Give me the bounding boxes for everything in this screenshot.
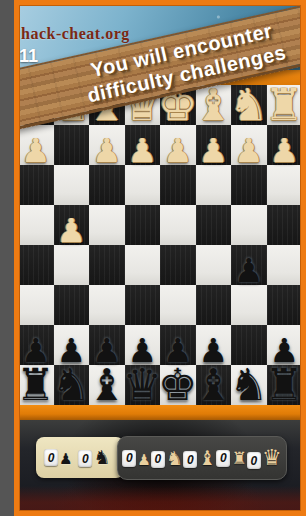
- piece-bR: ♜: [265, 363, 304, 407]
- watermark-text: hack-cheat.org: [21, 25, 130, 43]
- square-e3[interactable]: [160, 165, 196, 205]
- capture-count: 0: [44, 449, 58, 466]
- square-h1[interactable]: ♜: [267, 85, 303, 125]
- tray-piece-wN: ♞: [166, 449, 183, 468]
- piece-bP: ♟: [234, 254, 264, 287]
- piece-wP: ♟: [92, 134, 122, 167]
- square-c2[interactable]: ♟: [89, 125, 125, 165]
- square-f1[interactable]: ♝: [196, 85, 232, 125]
- piece-wN: ♞: [229, 83, 268, 127]
- square-b5[interactable]: [54, 245, 90, 285]
- square-e8[interactable]: ♚: [160, 365, 196, 405]
- square-g7[interactable]: [231, 325, 267, 365]
- square-a6[interactable]: [18, 285, 54, 325]
- square-d2[interactable]: ♟: [125, 125, 161, 165]
- square-d8[interactable]: ♛: [125, 365, 161, 405]
- square-e5[interactable]: [160, 245, 196, 285]
- square-b6[interactable]: [54, 285, 90, 325]
- square-f6[interactable]: [196, 285, 232, 325]
- tray-piece-wQ: ♛: [262, 447, 282, 469]
- capture-counter: 0♜: [216, 450, 246, 467]
- square-g6[interactable]: [231, 285, 267, 325]
- square-g5[interactable]: ♟: [231, 245, 267, 285]
- square-g3[interactable]: [231, 165, 267, 205]
- capture-counter: 0♞: [151, 449, 183, 468]
- capture-counter: 0♛: [247, 447, 282, 469]
- square-h3[interactable]: [267, 165, 303, 205]
- square-g1[interactable]: ♞: [231, 85, 267, 125]
- piece-bP: ♟: [92, 334, 122, 367]
- square-c4[interactable]: [89, 205, 125, 245]
- square-d7[interactable]: ♟: [125, 325, 161, 365]
- square-c8[interactable]: ♝: [89, 365, 125, 405]
- square-g2[interactable]: ♟: [231, 125, 267, 165]
- capture-count: 0: [183, 451, 197, 468]
- piece-bR: ♜: [16, 363, 55, 407]
- piece-bP: ♟: [127, 334, 157, 367]
- app-screen: You will encounter difficulty challenges…: [14, 0, 306, 516]
- chess-board: ♜♞♝♛♚♝♞♜♟♟♟♟♟♟♟♟♟♟♟♟♟♟♟♟♜♞♝♛♚♝♞♜: [18, 85, 302, 405]
- capture-counter: 0♟: [44, 449, 72, 466]
- capture-counter: 0♝: [183, 448, 216, 468]
- square-f7[interactable]: ♟: [196, 325, 232, 365]
- square-g4[interactable]: [231, 205, 267, 245]
- black-capture-panel: 0♟0♞0: [36, 437, 124, 478]
- piece-wP: ♟: [56, 214, 86, 247]
- square-e6[interactable]: [160, 285, 196, 325]
- captured-pieces-tray: 0♟0♞0 0♟0♞0♝0♜0♛: [14, 430, 306, 490]
- square-a5[interactable]: [18, 245, 54, 285]
- piece-wB: ♝: [194, 83, 233, 127]
- piece-bP: ♟: [269, 334, 299, 367]
- square-b2[interactable]: [54, 125, 90, 165]
- square-c6[interactable]: [89, 285, 125, 325]
- piece-wR: ♜: [265, 83, 304, 127]
- piece-wP: ♟: [163, 134, 193, 167]
- piece-bP: ♟: [21, 334, 51, 367]
- tray-piece-wR: ♜: [231, 450, 246, 467]
- bottom-orange-band: [14, 405, 306, 420]
- square-a7[interactable]: ♟: [18, 325, 54, 365]
- square-e7[interactable]: ♟: [160, 325, 196, 365]
- square-g8[interactable]: ♞: [231, 365, 267, 405]
- piece-wP: ♟: [234, 134, 264, 167]
- piece-wP: ♟: [21, 134, 51, 167]
- square-f4[interactable]: [196, 205, 232, 245]
- level-number: 11: [19, 46, 38, 67]
- square-f8[interactable]: ♝: [196, 365, 232, 405]
- square-e2[interactable]: ♟: [160, 125, 196, 165]
- square-a3[interactable]: [18, 165, 54, 205]
- square-h7[interactable]: ♟: [267, 325, 303, 365]
- piece-wP: ♟: [198, 134, 228, 167]
- square-c5[interactable]: [89, 245, 125, 285]
- square-b4[interactable]: ♟: [54, 205, 90, 245]
- capture-count: 0: [78, 450, 92, 467]
- square-b3[interactable]: [54, 165, 90, 205]
- square-b7[interactable]: ♟: [54, 325, 90, 365]
- tray-piece-bP: ♟: [59, 451, 72, 466]
- piece-bB: ♝: [87, 363, 126, 407]
- square-d4[interactable]: [125, 205, 161, 245]
- piece-bP: ♟: [163, 334, 193, 367]
- square-c3[interactable]: [89, 165, 125, 205]
- square-h4[interactable]: [267, 205, 303, 245]
- piece-bP: ♟: [198, 334, 228, 367]
- tray-piece-wB: ♝: [198, 448, 216, 468]
- piece-bN: ♞: [229, 363, 268, 407]
- square-f5[interactable]: [196, 245, 232, 285]
- square-a8[interactable]: ♜: [18, 365, 54, 405]
- square-d6[interactable]: [125, 285, 161, 325]
- capture-counter: 0♞: [78, 448, 110, 467]
- square-f2[interactable]: ♟: [196, 125, 232, 165]
- square-h2[interactable]: ♟: [267, 125, 303, 165]
- tray-piece-wP: ♟: [137, 452, 150, 467]
- tray-piece-bN: ♞: [93, 448, 110, 467]
- square-h6[interactable]: [267, 285, 303, 325]
- white-capture-panel: 0♟0♞0♝0♜0♛: [117, 436, 287, 480]
- square-a2[interactable]: ♟: [18, 125, 54, 165]
- square-h5[interactable]: [267, 245, 303, 285]
- capture-count: 0: [247, 452, 261, 469]
- square-c7[interactable]: ♟: [89, 325, 125, 365]
- piece-bN: ♞: [52, 363, 91, 407]
- square-h8[interactable]: ♜: [267, 365, 303, 405]
- square-d5[interactable]: [125, 245, 161, 285]
- square-f3[interactable]: [196, 165, 232, 205]
- square-b8[interactable]: ♞: [54, 365, 90, 405]
- square-e4[interactable]: [160, 205, 196, 245]
- piece-bQ: ♛: [123, 363, 162, 407]
- square-a4[interactable]: [18, 205, 54, 245]
- piece-bP: ♟: [56, 334, 86, 367]
- capture-count: 0: [122, 450, 136, 467]
- piece-bB: ♝: [194, 363, 233, 407]
- piece-wP: ♟: [127, 134, 157, 167]
- piece-wP: ♟: [269, 134, 299, 167]
- capture-count: 0: [216, 450, 230, 467]
- capture-counter: 0♟: [122, 450, 150, 467]
- piece-bK: ♚: [158, 363, 197, 407]
- capture-count: 0: [151, 451, 165, 468]
- square-d3[interactable]: [125, 165, 161, 205]
